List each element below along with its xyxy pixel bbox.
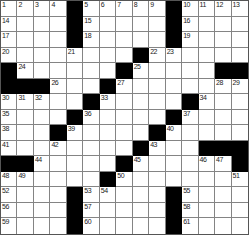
black-cell [166,32,182,48]
clue-number: 19 [183,32,190,40]
white-cell[interactable] [67,94,83,110]
white-cell[interactable] [50,32,66,48]
white-cell[interactable] [149,172,165,188]
white-cell[interactable] [149,203,165,219]
clue-number: 31 [18,94,25,102]
white-cell[interactable] [34,17,50,33]
white-cell[interactable] [17,17,33,33]
clue-number: 45 [134,156,141,164]
white-cell[interactable] [232,32,248,48]
white-cell[interactable] [34,32,50,48]
white-cell[interactable] [50,110,66,126]
white-cell[interactable] [83,125,99,141]
white-cell[interactable] [100,63,116,79]
white-cell[interactable] [215,48,231,64]
clue-number: 54 [101,187,108,195]
white-cell[interactable] [166,141,182,157]
clue-number: 2 [18,1,21,9]
white-cell[interactable] [34,110,50,126]
black-cell [133,48,149,64]
white-cell[interactable] [50,203,66,219]
white-cell[interactable] [116,48,132,64]
clue-number: 57 [84,203,91,211]
clue-number: 33 [101,94,108,102]
black-cell [50,125,66,141]
black-cell [166,218,182,234]
white-cell[interactable] [17,187,33,203]
white-cell[interactable] [133,17,149,33]
white-cell[interactable]: 51 [232,172,248,188]
clue-number: 25 [134,63,141,71]
clue-number: 37 [183,110,190,118]
white-cell[interactable] [67,79,83,95]
white-cell[interactable] [215,110,231,126]
white-cell[interactable] [83,172,99,188]
clue-number: 9 [150,1,153,9]
black-cell [166,110,182,126]
clue-number: 27 [117,79,124,87]
white-cell[interactable] [100,32,116,48]
white-cell[interactable]: 55 [182,187,198,203]
black-cell [100,79,116,95]
white-cell[interactable] [199,187,215,203]
clue-number: 52 [2,187,9,195]
white-cell[interactable]: 23 [166,48,182,64]
white-cell[interactable]: 41 [1,141,17,157]
white-cell[interactable]: 16 [182,17,198,33]
white-cell[interactable] [83,79,99,95]
clue-number: 29 [233,79,240,87]
black-cell [83,94,99,110]
white-cell[interactable] [83,63,99,79]
clue-number: 8 [134,1,137,9]
white-cell[interactable]: 22 [149,48,165,64]
white-cell[interactable]: 45 [133,156,149,172]
clue-number: 48 [2,172,9,180]
white-cell[interactable]: 61 [182,218,198,234]
black-cell [166,17,182,33]
clue-number: 5 [84,1,87,9]
white-cell[interactable]: 1 [1,1,17,17]
white-cell[interactable] [182,63,198,79]
clue-number: 24 [18,63,25,71]
black-cell [116,63,132,79]
white-cell[interactable] [199,32,215,48]
white-cell[interactable]: 47 [215,156,231,172]
clue-number: 3 [35,1,38,9]
white-cell[interactable]: 34 [199,94,215,110]
white-cell[interactable]: 11 [199,1,215,17]
white-cell[interactable]: 36 [83,110,99,126]
white-cell[interactable] [215,172,231,188]
clue-number: 6 [101,1,104,9]
white-cell[interactable] [17,110,33,126]
white-cell[interactable] [149,79,165,95]
white-cell[interactable] [215,125,231,141]
white-cell[interactable] [199,48,215,64]
white-cell[interactable]: 29 [232,79,248,95]
white-cell[interactable]: 58 [182,203,198,219]
white-cell[interactable]: 17 [1,32,17,48]
white-cell[interactable]: 15 [83,17,99,33]
clue-number: 44 [35,156,42,164]
white-cell[interactable]: 48 [1,172,17,188]
white-cell[interactable] [232,48,248,64]
clue-number: 12 [216,1,223,9]
white-cell[interactable] [116,94,132,110]
black-cell [100,172,116,188]
black-cell [67,218,83,234]
white-cell[interactable]: 57 [83,203,99,219]
black-cell [133,141,149,157]
white-cell[interactable] [166,156,182,172]
black-cell [182,94,198,110]
clue-number: 58 [183,203,190,211]
white-cell[interactable]: 3 [34,1,50,17]
clue-number: 28 [216,79,223,87]
white-cell[interactable]: 49 [17,172,33,188]
clue-number: 30 [2,94,9,102]
clue-number: 43 [150,141,157,149]
white-cell[interactable]: 6 [100,1,116,17]
white-cell[interactable]: 44 [34,156,50,172]
white-cell[interactable] [50,218,66,234]
white-cell[interactable] [34,187,50,203]
white-cell[interactable] [83,48,99,64]
white-cell[interactable] [166,79,182,95]
black-cell [34,79,50,95]
clue-number: 21 [68,48,75,56]
white-cell[interactable] [17,218,33,234]
white-cell[interactable] [133,218,149,234]
white-cell[interactable] [199,79,215,95]
white-cell[interactable]: 32 [34,94,50,110]
white-cell[interactable] [17,141,33,157]
white-cell[interactable] [34,63,50,79]
white-cell[interactable]: 56 [1,203,17,219]
clue-number: 34 [200,94,207,102]
white-cell[interactable] [182,79,198,95]
white-cell[interactable] [100,141,116,157]
white-cell[interactable]: 60 [83,218,99,234]
white-cell[interactable] [182,172,198,188]
clue-number: 15 [84,17,91,25]
white-cell[interactable] [215,218,231,234]
white-cell[interactable]: 31 [17,94,33,110]
white-cell[interactable]: 20 [1,48,17,64]
black-cell [67,32,83,48]
black-cell [17,79,33,95]
white-cell[interactable] [182,48,198,64]
white-cell[interactable] [149,94,165,110]
white-cell[interactable] [116,141,132,157]
white-cell[interactable] [199,17,215,33]
white-cell[interactable] [199,125,215,141]
white-cell[interactable]: 8 [133,1,149,17]
white-cell[interactable]: 28 [215,79,231,95]
white-cell[interactable] [116,110,132,126]
white-cell[interactable]: 35 [1,110,17,126]
black-cell [166,187,182,203]
white-cell[interactable] [215,94,231,110]
clue-number: 1 [2,1,5,9]
white-cell[interactable] [116,32,132,48]
white-cell[interactable] [149,156,165,172]
white-cell[interactable] [83,156,99,172]
clue-number: 51 [233,172,240,180]
clue-number: 7 [117,1,120,9]
white-cell[interactable] [17,203,33,219]
white-cell[interactable]: 12 [215,1,231,17]
white-cell[interactable]: 4 [50,1,66,17]
white-cell[interactable]: 26 [50,79,66,95]
white-cell[interactable] [133,110,149,126]
black-cell [1,156,17,172]
white-cell[interactable] [34,203,50,219]
black-cell [215,63,231,79]
black-cell [116,156,132,172]
white-cell[interactable] [149,110,165,126]
white-cell[interactable] [149,218,165,234]
white-cell[interactable] [116,17,132,33]
white-cell[interactable] [50,48,66,64]
white-cell[interactable] [34,172,50,188]
white-cell[interactable]: 52 [1,187,17,203]
clue-number: 11 [200,1,206,9]
white-cell[interactable]: 21 [67,48,83,64]
white-cell[interactable]: 25 [133,63,149,79]
crossword-grid: 1234567891011121314151617181920212223242… [0,0,249,235]
white-cell[interactable] [50,63,66,79]
clue-number: 38 [2,125,9,133]
white-cell[interactable] [67,172,83,188]
clue-number: 40 [167,125,174,133]
white-cell[interactable]: 39 [67,125,83,141]
white-cell[interactable]: 9 [149,1,165,17]
black-cell [215,141,231,157]
white-cell[interactable] [199,218,215,234]
white-cell[interactable] [215,187,231,203]
white-cell[interactable]: 19 [182,32,198,48]
black-cell [1,79,17,95]
white-cell[interactable] [232,125,248,141]
white-cell[interactable]: 24 [17,63,33,79]
clue-number: 14 [2,17,9,25]
white-cell[interactable] [133,125,149,141]
clue-number: 50 [117,172,124,180]
white-cell[interactable]: 43 [149,141,165,157]
white-cell[interactable]: 59 [1,218,17,234]
white-cell[interactable] [100,48,116,64]
white-cell[interactable] [149,187,165,203]
clue-number: 60 [84,218,91,226]
white-cell[interactable]: 46 [199,156,215,172]
white-cell[interactable]: 18 [83,32,99,48]
clue-number: 26 [51,79,58,87]
white-cell[interactable] [17,32,33,48]
white-cell[interactable] [199,63,215,79]
black-cell [199,141,215,157]
white-cell[interactable]: 10 [182,1,198,17]
clue-number: 46 [200,156,207,164]
clue-number: 18 [84,32,91,40]
white-cell[interactable] [100,218,116,234]
white-cell[interactable]: 37 [182,110,198,126]
white-cell[interactable] [100,17,116,33]
black-cell [67,17,83,33]
white-cell[interactable] [116,203,132,219]
white-cell[interactable] [116,187,132,203]
white-cell[interactable]: 38 [1,125,17,141]
white-cell[interactable] [34,125,50,141]
clue-number: 20 [2,48,9,56]
white-cell[interactable]: 40 [166,125,182,141]
white-cell[interactable] [232,203,248,219]
white-cell[interactable]: 42 [50,141,66,157]
clue-number: 42 [51,141,58,149]
white-cell[interactable] [100,156,116,172]
white-cell[interactable] [50,156,66,172]
clue-number: 61 [183,218,190,226]
white-cell[interactable] [34,141,50,157]
white-cell[interactable]: 33 [100,94,116,110]
white-cell[interactable] [133,94,149,110]
white-cell[interactable] [149,32,165,48]
clue-number: 59 [2,218,9,226]
white-cell[interactable] [182,125,198,141]
white-cell[interactable] [199,203,215,219]
black-cell [17,156,33,172]
white-cell[interactable] [100,125,116,141]
white-cell[interactable] [67,156,83,172]
clue-number: 56 [2,203,9,211]
white-cell[interactable] [34,48,50,64]
clue-number: 39 [68,125,75,133]
black-cell [166,203,182,219]
white-cell[interactable] [166,94,182,110]
white-cell[interactable] [133,32,149,48]
clue-number: 49 [18,172,25,180]
black-cell [149,125,165,141]
white-cell[interactable]: 50 [116,172,132,188]
white-cell[interactable] [133,79,149,95]
white-cell[interactable] [133,203,149,219]
black-cell [67,203,83,219]
white-cell[interactable] [67,141,83,157]
white-cell[interactable] [232,187,248,203]
white-cell[interactable]: 53 [83,187,99,203]
white-cell[interactable] [215,203,231,219]
white-cell[interactable] [67,63,83,79]
white-cell[interactable] [50,187,66,203]
black-cell [67,1,83,17]
clue-number: 10 [183,1,190,9]
white-cell[interactable] [232,218,248,234]
white-cell[interactable]: 30 [1,94,17,110]
white-cell[interactable]: 7 [116,1,132,17]
black-cell [166,1,182,17]
clue-number: 13 [233,1,240,9]
white-cell[interactable] [215,32,231,48]
white-cell[interactable] [182,156,198,172]
black-cell [67,187,83,203]
white-cell[interactable] [149,63,165,79]
white-cell[interactable] [149,17,165,33]
clue-number: 47 [216,156,223,164]
white-cell[interactable] [166,63,182,79]
white-cell[interactable] [199,110,215,126]
white-cell[interactable] [116,125,132,141]
white-cell[interactable] [50,17,66,33]
white-cell[interactable] [50,172,66,188]
black-cell [67,110,83,126]
white-cell[interactable] [215,17,231,33]
clue-number: 35 [2,110,9,118]
clue-number: 17 [2,32,9,40]
white-cell[interactable] [34,218,50,234]
clue-number: 22 [150,48,157,56]
clue-number: 32 [35,94,42,102]
clue-number: 23 [167,48,174,56]
white-cell[interactable]: 2 [17,1,33,17]
white-cell[interactable] [232,110,248,126]
white-cell[interactable] [166,172,182,188]
black-cell [232,63,248,79]
white-cell[interactable] [232,94,248,110]
white-cell[interactable] [182,141,198,157]
clue-number: 16 [183,17,190,25]
white-cell[interactable]: 13 [232,1,248,17]
white-cell[interactable] [50,94,66,110]
white-cell[interactable]: 54 [100,187,116,203]
white-cell[interactable]: 27 [116,79,132,95]
white-cell[interactable] [17,48,33,64]
white-cell[interactable] [100,203,116,219]
white-cell[interactable] [17,125,33,141]
black-cell [1,63,17,79]
clue-number: 4 [51,1,54,9]
white-cell[interactable]: 5 [83,1,99,17]
white-cell[interactable] [232,17,248,33]
white-cell[interactable]: 14 [1,17,17,33]
white-cell[interactable] [199,172,215,188]
clue-number: 55 [183,187,190,195]
clue-number: 53 [84,187,91,195]
black-cell [232,156,248,172]
white-cell[interactable] [100,110,116,126]
white-cell[interactable] [133,187,149,203]
clue-number: 36 [84,110,91,118]
clue-number: 41 [2,141,9,149]
black-cell [232,141,248,157]
white-cell[interactable] [116,218,132,234]
white-cell[interactable] [133,172,149,188]
white-cell[interactable] [83,141,99,157]
